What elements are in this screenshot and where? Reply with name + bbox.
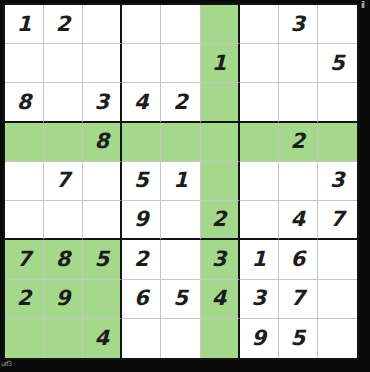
cell-r9c5[interactable] xyxy=(161,319,200,358)
cell-r2c8[interactable] xyxy=(279,44,318,83)
cell-r8c3[interactable] xyxy=(83,280,122,319)
cell-r9c4[interactable] xyxy=(122,319,161,358)
cell-r1c9[interactable] xyxy=(318,5,357,44)
cell-r9c9[interactable] xyxy=(318,319,357,358)
cell-r5c4[interactable]: 5 xyxy=(122,162,161,201)
sudoku-page: 123158342827513924778523162965437495 urf… xyxy=(0,0,370,372)
cell-r3c3[interactable]: 3 xyxy=(83,83,122,122)
cell-r7c7[interactable]: 1 xyxy=(240,240,279,279)
cell-r8c2[interactable]: 9 xyxy=(44,280,83,319)
cell-r6c7[interactable] xyxy=(240,201,279,240)
cell-r7c2[interactable]: 8 xyxy=(44,240,83,279)
cell-r1c4[interactable] xyxy=(122,5,161,44)
cell-r2c6[interactable]: 1 xyxy=(201,44,240,83)
corner-artifact-mark: il xyxy=(361,0,364,10)
cell-r7c5[interactable] xyxy=(161,240,200,279)
cell-r3c8[interactable] xyxy=(279,83,318,122)
cell-r6c3[interactable] xyxy=(83,201,122,240)
cell-r8c7[interactable]: 3 xyxy=(240,280,279,319)
cell-r6c6[interactable]: 2 xyxy=(201,201,240,240)
cell-r2c5[interactable] xyxy=(161,44,200,83)
cell-r9c1[interactable] xyxy=(5,319,44,358)
cell-r7c1[interactable]: 7 xyxy=(5,240,44,279)
cell-r9c7[interactable]: 9 xyxy=(240,319,279,358)
cell-r8c1[interactable]: 2 xyxy=(5,280,44,319)
cell-r4c4[interactable] xyxy=(122,123,161,162)
cell-r1c3[interactable] xyxy=(83,5,122,44)
cell-r3c9[interactable] xyxy=(318,83,357,122)
cell-r6c4[interactable]: 9 xyxy=(122,201,161,240)
cell-r4c7[interactable] xyxy=(240,123,279,162)
cell-r2c2[interactable] xyxy=(44,44,83,83)
cell-r4c1[interactable] xyxy=(5,123,44,162)
cell-r5c6[interactable] xyxy=(201,162,240,201)
cell-r1c1[interactable]: 1 xyxy=(5,5,44,44)
cell-r7c8[interactable]: 6 xyxy=(279,240,318,279)
cell-r2c9[interactable]: 5 xyxy=(318,44,357,83)
cell-r8c4[interactable]: 6 xyxy=(122,280,161,319)
cell-r5c9[interactable]: 3 xyxy=(318,162,357,201)
cell-r8c5[interactable]: 5 xyxy=(161,280,200,319)
cell-r2c1[interactable] xyxy=(5,44,44,83)
cell-r8c9[interactable] xyxy=(318,280,357,319)
cell-r9c2[interactable] xyxy=(44,319,83,358)
cell-r2c3[interactable] xyxy=(83,44,122,83)
cell-r7c9[interactable] xyxy=(318,240,357,279)
cell-r3c4[interactable]: 4 xyxy=(122,83,161,122)
cell-r3c1[interactable]: 8 xyxy=(5,83,44,122)
cell-r5c2[interactable]: 7 xyxy=(44,162,83,201)
cell-r1c5[interactable] xyxy=(161,5,200,44)
cell-r5c1[interactable] xyxy=(5,162,44,201)
cell-r8c8[interactable]: 7 xyxy=(279,280,318,319)
cell-r3c6[interactable] xyxy=(201,83,240,122)
cell-r2c7[interactable] xyxy=(240,44,279,83)
cell-r6c5[interactable] xyxy=(161,201,200,240)
cell-r7c3[interactable]: 5 xyxy=(83,240,122,279)
cell-r5c5[interactable]: 1 xyxy=(161,162,200,201)
cell-r1c6[interactable] xyxy=(201,5,240,44)
cell-r2c4[interactable] xyxy=(122,44,161,83)
cell-r4c2[interactable] xyxy=(44,123,83,162)
cell-r6c8[interactable]: 4 xyxy=(279,201,318,240)
cell-r1c7[interactable] xyxy=(240,5,279,44)
cell-r9c6[interactable] xyxy=(201,319,240,358)
cell-r1c2[interactable]: 2 xyxy=(44,5,83,44)
sudoku-board: 123158342827513924778523162965437495 xyxy=(3,3,359,360)
cell-r3c7[interactable] xyxy=(240,83,279,122)
cell-r4c3[interactable]: 8 xyxy=(83,123,122,162)
cell-r3c5[interactable]: 2 xyxy=(161,83,200,122)
cell-r6c1[interactable] xyxy=(5,201,44,240)
cell-r4c8[interactable]: 2 xyxy=(279,123,318,162)
cell-r4c6[interactable] xyxy=(201,123,240,162)
cell-r7c4[interactable]: 2 xyxy=(122,240,161,279)
cell-r9c8[interactable]: 5 xyxy=(279,319,318,358)
cell-r4c5[interactable] xyxy=(161,123,200,162)
cell-r9c3[interactable]: 4 xyxy=(83,319,122,358)
cell-r1c8[interactable]: 3 xyxy=(279,5,318,44)
cell-r6c2[interactable] xyxy=(44,201,83,240)
illegible-watermark-text: urf3 xyxy=(1,360,11,368)
cell-r5c7[interactable] xyxy=(240,162,279,201)
cell-r5c3[interactable] xyxy=(83,162,122,201)
cell-r5c8[interactable] xyxy=(279,162,318,201)
cell-r6c9[interactable]: 7 xyxy=(318,201,357,240)
cell-r4c9[interactable] xyxy=(318,123,357,162)
cell-r3c2[interactable] xyxy=(44,83,83,122)
cell-r8c6[interactable]: 4 xyxy=(201,280,240,319)
cell-r7c6[interactable]: 3 xyxy=(201,240,240,279)
